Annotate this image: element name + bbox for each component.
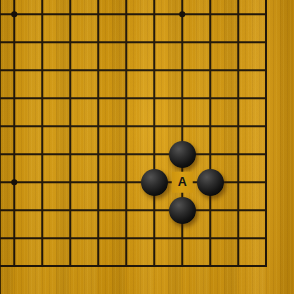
intersection-K10[interactable] xyxy=(0,0,28,28)
intersection-O10[interactable] xyxy=(112,0,140,28)
intersection-S10[interactable] xyxy=(224,0,252,28)
intersection-N6[interactable] xyxy=(84,112,112,140)
intersection-M5[interactable] xyxy=(56,140,84,168)
intersection-T7[interactable] xyxy=(252,84,280,112)
intersection-M4[interactable] xyxy=(56,168,84,196)
intersection-K4[interactable] xyxy=(0,168,28,196)
intersection-N8[interactable] xyxy=(84,56,112,84)
intersection-L6[interactable] xyxy=(28,112,56,140)
intersection-L5[interactable] xyxy=(28,140,56,168)
intersection-P8[interactable] xyxy=(140,56,168,84)
star-point xyxy=(11,180,17,186)
star-point xyxy=(11,11,17,17)
intersection-L2[interactable] xyxy=(28,224,56,252)
intersection-K6[interactable] xyxy=(0,112,28,140)
intersection-M8[interactable] xyxy=(56,56,84,84)
intersection-K5[interactable] xyxy=(0,140,28,168)
intersection-R7[interactable] xyxy=(196,84,224,112)
intersection-O5[interactable] xyxy=(112,140,140,168)
intersection-Q3[interactable] xyxy=(168,196,196,224)
intersection-P3[interactable] xyxy=(140,196,168,224)
intersection-K3[interactable] xyxy=(0,196,28,224)
intersection-T8[interactable] xyxy=(252,56,280,84)
intersection-M3[interactable] xyxy=(56,196,84,224)
point-label-a: A xyxy=(178,176,187,189)
intersection-Q10[interactable] xyxy=(168,0,196,28)
intersection-T3[interactable] xyxy=(252,196,280,224)
intersection-T1[interactable] xyxy=(252,252,280,280)
intersection-S9[interactable] xyxy=(224,28,252,56)
intersection-S8[interactable] xyxy=(224,56,252,84)
intersection-T6[interactable] xyxy=(252,112,280,140)
go-board-grid: A xyxy=(0,0,281,281)
intersection-O3[interactable] xyxy=(112,196,140,224)
intersection-P9[interactable] xyxy=(140,28,168,56)
intersection-N2[interactable] xyxy=(84,224,112,252)
intersection-M9[interactable] xyxy=(56,28,84,56)
intersection-O2[interactable] xyxy=(112,224,140,252)
intersection-T10[interactable] xyxy=(252,0,280,28)
black-stone xyxy=(141,169,169,197)
intersection-S6[interactable] xyxy=(224,112,252,140)
intersection-L9[interactable] xyxy=(28,28,56,56)
intersection-N9[interactable] xyxy=(84,28,112,56)
intersection-S4[interactable] xyxy=(224,168,252,196)
intersection-N10[interactable] xyxy=(84,0,112,28)
intersection-O7[interactable] xyxy=(112,84,140,112)
intersection-N7[interactable] xyxy=(84,84,112,112)
black-stone xyxy=(169,197,197,225)
black-stone xyxy=(169,141,197,169)
intersection-P1[interactable] xyxy=(140,252,168,280)
intersection-Q2[interactable] xyxy=(168,224,196,252)
intersection-L10[interactable] xyxy=(28,0,56,28)
intersection-K7[interactable] xyxy=(0,84,28,112)
intersection-M10[interactable] xyxy=(56,0,84,28)
intersection-T5[interactable] xyxy=(252,140,280,168)
intersection-S3[interactable] xyxy=(224,196,252,224)
intersection-K1[interactable] xyxy=(0,252,28,280)
intersection-P10[interactable] xyxy=(140,0,168,28)
intersection-O8[interactable] xyxy=(112,56,140,84)
intersection-N4[interactable] xyxy=(84,168,112,196)
intersection-R1[interactable] xyxy=(196,252,224,280)
intersection-S5[interactable] xyxy=(224,140,252,168)
intersection-M1[interactable] xyxy=(56,252,84,280)
intersection-R2[interactable] xyxy=(196,224,224,252)
intersection-Q4[interactable]: A xyxy=(168,168,196,196)
intersection-L1[interactable] xyxy=(28,252,56,280)
intersection-S2[interactable] xyxy=(224,224,252,252)
intersection-P7[interactable] xyxy=(140,84,168,112)
intersection-N5[interactable] xyxy=(84,140,112,168)
label-patch: A xyxy=(172,172,193,193)
go-board: A xyxy=(0,0,294,294)
intersection-T2[interactable] xyxy=(252,224,280,252)
intersection-O6[interactable] xyxy=(112,112,140,140)
intersection-S7[interactable] xyxy=(224,84,252,112)
star-point xyxy=(180,11,186,17)
intersection-M6[interactable] xyxy=(56,112,84,140)
intersection-K2[interactable] xyxy=(0,224,28,252)
intersection-R9[interactable] xyxy=(196,28,224,56)
intersection-L7[interactable] xyxy=(28,84,56,112)
intersection-M2[interactable] xyxy=(56,224,84,252)
intersection-Q1[interactable] xyxy=(168,252,196,280)
intersection-R4[interactable] xyxy=(196,168,224,196)
intersection-R6[interactable] xyxy=(196,112,224,140)
intersection-R8[interactable] xyxy=(196,56,224,84)
intersection-Q8[interactable] xyxy=(168,56,196,84)
intersection-L4[interactable] xyxy=(28,168,56,196)
intersection-Q6[interactable] xyxy=(168,112,196,140)
intersection-N1[interactable] xyxy=(84,252,112,280)
intersection-P2[interactable] xyxy=(140,224,168,252)
intersection-S1[interactable] xyxy=(224,252,252,280)
intersection-P5[interactable] xyxy=(140,140,168,168)
intersection-L3[interactable] xyxy=(28,196,56,224)
intersection-O1[interactable] xyxy=(112,252,140,280)
intersection-L8[interactable] xyxy=(28,56,56,84)
intersection-O4[interactable] xyxy=(112,168,140,196)
intersection-R3[interactable] xyxy=(196,196,224,224)
intersection-Q7[interactable] xyxy=(168,84,196,112)
intersection-T4[interactable] xyxy=(252,168,280,196)
intersection-T9[interactable] xyxy=(252,28,280,56)
intersection-R5[interactable] xyxy=(196,140,224,168)
intersection-P4[interactable] xyxy=(140,168,168,196)
intersection-K9[interactable] xyxy=(0,28,28,56)
intersection-M7[interactable] xyxy=(56,84,84,112)
intersection-Q9[interactable] xyxy=(168,28,196,56)
black-stone xyxy=(197,169,225,197)
intersection-N3[interactable] xyxy=(84,196,112,224)
intersection-K8[interactable] xyxy=(0,56,28,84)
intersection-Q5[interactable] xyxy=(168,140,196,168)
intersection-R10[interactable] xyxy=(196,0,224,28)
intersection-O9[interactable] xyxy=(112,28,140,56)
intersection-P6[interactable] xyxy=(140,112,168,140)
